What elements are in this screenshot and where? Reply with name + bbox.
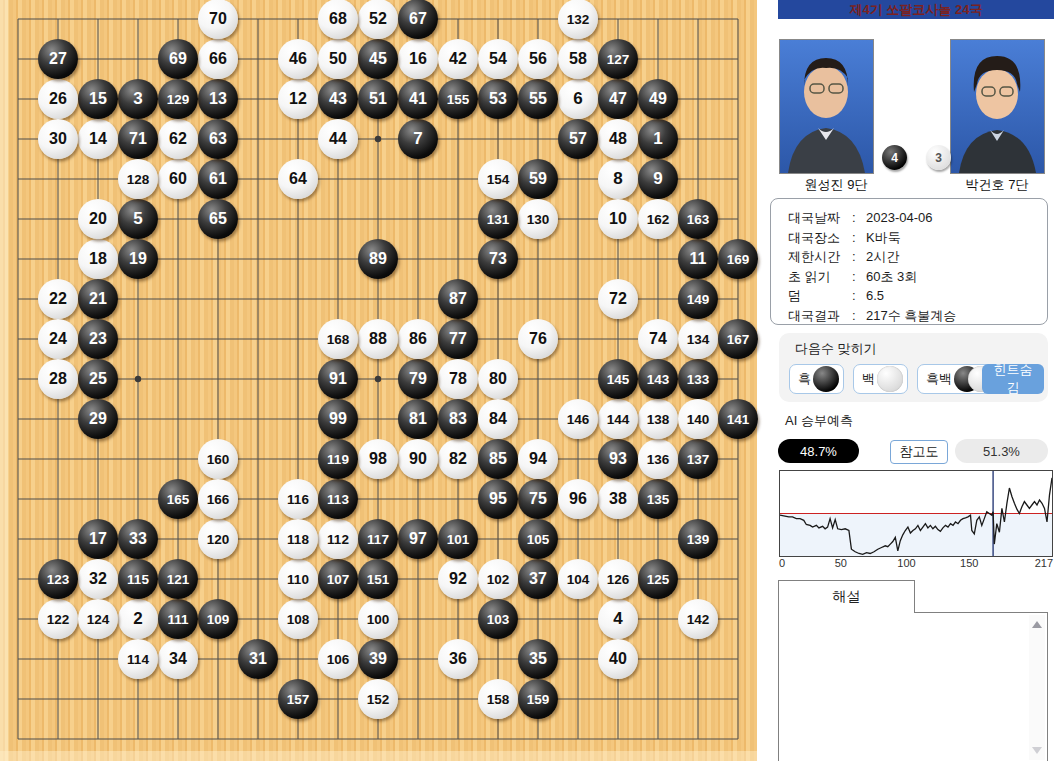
stone-move-60: 60 <box>158 159 198 199</box>
event-title-bar: 제4기 쏘팔코사놀 24국 <box>778 0 1054 19</box>
stone-move-58: 58 <box>558 39 598 79</box>
stone-move-139: 139 <box>678 519 718 559</box>
stone-move-163: 163 <box>678 199 718 239</box>
stone-move-56: 56 <box>518 39 558 79</box>
graph-tick: 0 <box>779 557 785 569</box>
info-row-4: 덤:6.5 <box>788 286 1047 306</box>
stone-move-134: 134 <box>678 319 718 359</box>
graph-tick: 100 <box>897 557 915 569</box>
info-label: 초 읽기 <box>788 267 852 287</box>
stone-move-7: 7 <box>398 119 438 159</box>
stone-move-80: 80 <box>478 359 518 399</box>
stone-move-24: 24 <box>38 319 78 359</box>
black-player-photo <box>779 39 874 174</box>
stone-move-146: 146 <box>558 399 598 439</box>
stone-move-110: 110 <box>278 559 318 599</box>
stone-move-87: 87 <box>438 279 478 319</box>
stone-move-91: 91 <box>318 359 358 399</box>
stone-move-18: 18 <box>78 239 118 279</box>
stone-move-136: 136 <box>638 439 678 479</box>
stone-move-97: 97 <box>398 519 438 559</box>
stone-move-128: 128 <box>118 159 158 199</box>
scroll-up-icon[interactable] <box>1032 621 1042 628</box>
tab-commentary-label: 해설 <box>833 588 861 606</box>
reference-diagram-button[interactable]: 참고도 <box>890 440 948 464</box>
stone-move-54: 54 <box>478 39 518 79</box>
stone-move-4: 4 <box>598 599 638 639</box>
stone-move-74: 74 <box>638 319 678 359</box>
stone-move-22: 22 <box>38 279 78 319</box>
stone-move-68: 68 <box>318 0 358 39</box>
white-stone-icon <box>877 366 903 392</box>
stone-move-124: 124 <box>78 599 118 639</box>
stone-move-102: 102 <box>478 559 518 599</box>
info-colon: : <box>852 267 866 287</box>
stone-move-109: 109 <box>198 599 238 639</box>
stone-move-131: 131 <box>478 199 518 239</box>
stone-move-61: 61 <box>198 159 238 199</box>
stone-move-15: 15 <box>78 79 118 119</box>
stone-move-122: 122 <box>38 599 78 639</box>
stone-move-96: 96 <box>558 479 598 519</box>
info-label: 대국결과 <box>788 306 852 326</box>
stone-move-5: 5 <box>118 199 158 239</box>
black-captures-count: 4 <box>891 151 898 165</box>
stone-move-47: 47 <box>598 79 638 119</box>
stone-move-65: 65 <box>198 199 238 239</box>
stone-move-85: 85 <box>478 439 518 479</box>
ai-prediction-heading: AI 승부예측 <box>785 412 853 430</box>
stone-move-32: 32 <box>78 559 118 599</box>
stone-move-101: 101 <box>438 519 478 559</box>
stone-move-105: 105 <box>518 519 558 559</box>
stone-move-119: 119 <box>318 439 358 479</box>
stone-move-14: 14 <box>78 119 118 159</box>
stone-move-120: 120 <box>198 519 238 559</box>
stone-move-69: 69 <box>158 39 198 79</box>
stone-move-6: 6 <box>558 79 598 119</box>
stone-move-37: 37 <box>518 559 558 599</box>
info-label: 제한시간 <box>788 247 852 267</box>
stone-move-116: 116 <box>278 479 318 519</box>
info-value: 2시간 <box>866 247 899 267</box>
info-colon: : <box>852 247 866 267</box>
stone-move-16: 16 <box>398 39 438 79</box>
stone-move-123: 123 <box>38 559 78 599</box>
stone-move-168: 168 <box>318 319 358 359</box>
commentary-scrollbar[interactable] <box>1029 615 1045 760</box>
stone-move-165: 165 <box>158 479 198 519</box>
stone-move-115: 115 <box>118 559 158 599</box>
stone-move-82: 82 <box>438 439 478 479</box>
stone-move-3: 3 <box>118 79 158 119</box>
stone-move-108: 108 <box>278 599 318 639</box>
stone-move-51: 51 <box>358 79 398 119</box>
stone-move-49: 49 <box>638 79 678 119</box>
graph-tick: 217 <box>1035 557 1053 569</box>
stone-move-25: 25 <box>78 359 118 399</box>
stone-move-137: 137 <box>678 439 718 479</box>
stone-move-52: 52 <box>358 0 398 39</box>
stone-move-84: 84 <box>478 399 518 439</box>
info-colon: : <box>852 286 866 306</box>
stone-move-12: 12 <box>278 79 318 119</box>
stone-move-62: 62 <box>158 119 198 159</box>
stone-move-45: 45 <box>358 39 398 79</box>
white-player-name: 박건호 7단 <box>937 176 1054 194</box>
graph-x-ticks: 050100150217 <box>779 557 1053 571</box>
stone-move-125: 125 <box>638 559 678 599</box>
white-captures-chip: 3 <box>926 145 951 170</box>
stone-move-36: 36 <box>438 639 478 679</box>
stone-move-166: 166 <box>198 479 238 519</box>
stone-move-20: 20 <box>78 199 118 239</box>
stone-move-72: 72 <box>598 279 638 319</box>
side-panel: 제4기 쏘팔코사놀 24국 <box>765 0 1054 761</box>
info-colon: : <box>852 306 866 326</box>
stone-move-98: 98 <box>358 439 398 479</box>
stone-move-160: 160 <box>198 439 238 479</box>
winrate-graph[interactable] <box>779 470 1053 557</box>
stone-move-100: 100 <box>358 599 398 639</box>
stone-move-138: 138 <box>638 399 678 439</box>
black-winrate-pill: 48.7% <box>778 439 859 463</box>
info-row-5: 대국결과:217수 흑불계승 <box>788 306 1047 326</box>
stone-move-55: 55 <box>518 79 558 119</box>
black-captures-chip: 4 <box>882 145 907 170</box>
info-label: 대국날짜 <box>788 208 852 228</box>
info-row-0: 대국날짜:2023-04-06 <box>788 208 1047 228</box>
stone-move-141: 141 <box>718 399 758 439</box>
stone-move-17: 17 <box>78 519 118 559</box>
app-window: 1234567891011121314151617181920212223242… <box>0 0 1054 761</box>
guess-option-label: 흑 <box>798 370 811 388</box>
stone-move-29: 29 <box>78 399 118 439</box>
stone-move-90: 90 <box>398 439 438 479</box>
stone-move-104: 104 <box>558 559 598 599</box>
stone-move-8: 8 <box>598 159 638 199</box>
stone-move-33: 33 <box>118 519 158 559</box>
stone-move-154: 154 <box>478 159 518 199</box>
stone-move-117: 117 <box>358 519 398 559</box>
stone-move-142: 142 <box>678 599 718 639</box>
stone-move-127: 127 <box>598 39 638 79</box>
stone-move-70: 70 <box>198 0 238 39</box>
stone-move-59: 59 <box>518 159 558 199</box>
info-value: K바둑 <box>866 228 901 248</box>
black-stone-icon <box>813 366 839 392</box>
stone-move-92: 92 <box>438 559 478 599</box>
stone-move-99: 99 <box>318 399 358 439</box>
info-value: 217수 흑불계승 <box>866 306 956 326</box>
guess-option-label: 백 <box>862 370 875 388</box>
stone-move-106: 106 <box>318 639 358 679</box>
white-captures-count: 3 <box>935 151 942 165</box>
stone-move-89: 89 <box>358 239 398 279</box>
stone-move-157: 157 <box>278 679 318 719</box>
board-area: 1234567891011121314151617181920212223242… <box>0 0 765 761</box>
guess-next-move-box: 다음수 맞히기 흑백흑백 힌트숨김 <box>779 333 1048 402</box>
stone-move-140: 140 <box>678 399 718 439</box>
stone-move-167: 167 <box>718 319 758 359</box>
stone-move-27: 27 <box>38 39 78 79</box>
stone-move-66: 66 <box>198 39 238 79</box>
stone-move-143: 143 <box>638 359 678 399</box>
stone-move-42: 42 <box>438 39 478 79</box>
stone-move-79: 79 <box>398 359 438 399</box>
stone-move-162: 162 <box>638 199 678 239</box>
stone-move-86: 86 <box>398 319 438 359</box>
stone-move-34: 34 <box>158 639 198 679</box>
stone-move-132: 132 <box>558 0 598 39</box>
stone-move-19: 19 <box>118 239 158 279</box>
stone-move-133: 133 <box>678 359 718 399</box>
stone-move-114: 114 <box>118 639 158 679</box>
stone-move-57: 57 <box>558 119 598 159</box>
info-row-3: 초 읽기:60초 3회 <box>788 267 1047 287</box>
guess-option-white-stone[interactable]: 백 <box>853 364 908 394</box>
stone-move-28: 28 <box>38 359 78 399</box>
stone-move-50: 50 <box>318 39 358 79</box>
stone-move-159: 159 <box>518 679 558 719</box>
guess-buttons: 흑백흑백 <box>789 364 999 394</box>
stone-move-135: 135 <box>638 479 678 519</box>
commentary-box <box>778 612 1048 761</box>
game-info-box: 대국날짜:2023-04-06대국장소:K바둑제한시간:2시간초 읽기:60초 … <box>770 198 1048 325</box>
stone-move-144: 144 <box>598 399 638 439</box>
stone-move-118: 118 <box>278 519 318 559</box>
stone-move-71: 71 <box>118 119 158 159</box>
stone-move-107: 107 <box>318 559 358 599</box>
info-colon: : <box>852 228 866 248</box>
stone-move-111: 111 <box>158 599 198 639</box>
graph-tick: 50 <box>835 557 847 569</box>
stone-move-11: 11 <box>678 239 718 279</box>
stone-move-83: 83 <box>438 399 478 439</box>
stone-move-88: 88 <box>358 319 398 359</box>
stone-move-145: 145 <box>598 359 638 399</box>
white-player-photo <box>950 39 1045 174</box>
stone-move-81: 81 <box>398 399 438 439</box>
stone-move-94: 94 <box>518 439 558 479</box>
info-value: 2023-04-06 <box>866 208 933 228</box>
white-winrate-pill: 51.3% <box>955 439 1048 463</box>
stone-move-77: 77 <box>438 319 478 359</box>
stone-move-46: 46 <box>278 39 318 79</box>
stone-move-73: 73 <box>478 239 518 279</box>
stone-move-35: 35 <box>518 639 558 679</box>
stone-move-158: 158 <box>478 679 518 719</box>
stone-move-95: 95 <box>478 479 518 519</box>
stone-move-64: 64 <box>278 159 318 199</box>
event-title: 제4기 쏘팔코사놀 24국 <box>850 1 983 19</box>
stone-move-38: 38 <box>598 479 638 519</box>
stone-move-23: 23 <box>78 319 118 359</box>
stone-move-149: 149 <box>678 279 718 319</box>
stone-move-30: 30 <box>38 119 78 159</box>
stone-move-41: 41 <box>398 79 438 119</box>
stone-move-44: 44 <box>318 119 358 159</box>
info-label: 대국장소 <box>788 228 852 248</box>
stone-move-48: 48 <box>598 119 638 159</box>
info-row-1: 대국장소:K바둑 <box>788 228 1047 248</box>
guess-option-label: 흑백 <box>926 370 952 388</box>
info-label: 덤 <box>788 286 852 306</box>
stone-move-113: 113 <box>318 479 358 519</box>
stone-move-130: 130 <box>518 199 558 239</box>
stone-move-67: 67 <box>398 0 438 39</box>
stone-move-9: 9 <box>638 159 678 199</box>
stone-move-126: 126 <box>598 559 638 599</box>
stone-move-75: 75 <box>518 479 558 519</box>
stone-move-151: 151 <box>358 559 398 599</box>
stone-move-63: 63 <box>198 119 238 159</box>
stone-move-2: 2 <box>118 599 158 639</box>
go-board[interactable]: 1234567891011121314151617181920212223242… <box>0 0 757 761</box>
info-value: 60초 3회 <box>866 267 917 287</box>
stone-move-40: 40 <box>598 639 638 679</box>
stone-move-1: 1 <box>638 119 678 159</box>
stone-move-21: 21 <box>78 279 118 319</box>
stone-move-43: 43 <box>318 79 358 119</box>
stone-move-13: 13 <box>198 79 238 119</box>
hide-hint-button[interactable]: 힌트숨김 <box>982 364 1044 394</box>
stone-move-53: 53 <box>478 79 518 119</box>
stone-move-121: 121 <box>158 559 198 599</box>
tab-commentary[interactable]: 해설 <box>778 580 915 613</box>
black-player-name: 원성진 9단 <box>776 176 896 194</box>
info-value: 6.5 <box>866 286 884 306</box>
guess-option-black-stone[interactable]: 흑 <box>789 364 844 394</box>
stone-move-39: 39 <box>358 639 398 679</box>
stone-move-112: 112 <box>318 519 358 559</box>
stone-move-26: 26 <box>38 79 78 119</box>
stone-move-78: 78 <box>438 359 478 399</box>
guess-heading: 다음수 맞히기 <box>795 340 877 358</box>
stone-move-10: 10 <box>598 199 638 239</box>
info-row-2: 제한시간:2시간 <box>788 247 1047 267</box>
stone-move-129: 129 <box>158 79 198 119</box>
scroll-down-icon[interactable] <box>1032 747 1042 754</box>
stone-move-152: 152 <box>358 679 398 719</box>
stone-move-31: 31 <box>238 639 278 679</box>
stone-move-155: 155 <box>438 79 478 119</box>
info-colon: : <box>852 208 866 228</box>
stone-move-169: 169 <box>718 239 758 279</box>
stone-move-93: 93 <box>598 439 638 479</box>
stone-move-76: 76 <box>518 319 558 359</box>
graph-tick: 150 <box>960 557 978 569</box>
stone-move-103: 103 <box>478 599 518 639</box>
